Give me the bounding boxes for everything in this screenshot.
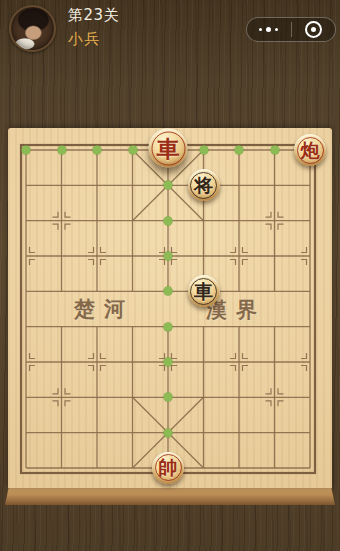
app-screen: 第23关 小兵 楚河 漢界 車炮将車帥 bbox=[0, 0, 340, 551]
exit-button[interactable] bbox=[292, 18, 336, 41]
avatar bbox=[9, 5, 56, 52]
level-subtitle: 小兵 bbox=[68, 32, 119, 47]
circle-dot-icon bbox=[305, 21, 322, 38]
move-hint-dot[interactable] bbox=[270, 146, 279, 155]
more-dots-icon bbox=[275, 28, 278, 31]
river-label-chu: 楚河 bbox=[70, 295, 134, 323]
header: 第23关 小兵 bbox=[0, 0, 340, 60]
move-hint-dot[interactable] bbox=[235, 146, 244, 155]
piece-glyph: 将 bbox=[194, 176, 213, 195]
piece-glyph: 車 bbox=[194, 282, 213, 301]
piece-red-chariot[interactable]: 車 bbox=[149, 129, 188, 168]
move-hint-dot[interactable] bbox=[128, 146, 137, 155]
more-dots-icon bbox=[259, 28, 262, 31]
move-hint-dot[interactable] bbox=[93, 146, 102, 155]
piece-black-chariot[interactable]: 車 bbox=[188, 275, 220, 307]
move-hint-dot[interactable] bbox=[164, 251, 173, 260]
move-hint-dot[interactable] bbox=[164, 287, 173, 296]
xiangqi-board[interactable]: 楚河 漢界 車炮将車帥 bbox=[8, 128, 332, 488]
piece-red-general[interactable]: 帥 bbox=[152, 452, 184, 484]
board-front-edge bbox=[5, 486, 335, 505]
move-hint-dot[interactable] bbox=[22, 146, 31, 155]
move-hint-dot[interactable] bbox=[164, 428, 173, 437]
piece-glyph: 炮 bbox=[301, 141, 320, 160]
move-hint-dot[interactable] bbox=[164, 181, 173, 190]
wechat-capsule bbox=[246, 17, 336, 42]
piece-black-general[interactable]: 将 bbox=[188, 169, 220, 201]
level-label: 第23关 bbox=[68, 8, 119, 23]
more-dots-icon bbox=[266, 27, 271, 32]
level-titles: 第23关 小兵 bbox=[68, 8, 119, 47]
move-hint-dot[interactable] bbox=[199, 146, 208, 155]
move-hint-dot[interactable] bbox=[57, 146, 66, 155]
piece-red-cannon[interactable]: 炮 bbox=[294, 134, 326, 166]
move-hint-dot[interactable] bbox=[164, 357, 173, 366]
move-hint-dot[interactable] bbox=[164, 393, 173, 402]
piece-glyph: 帥 bbox=[159, 458, 178, 477]
move-hint-dot[interactable] bbox=[164, 216, 173, 225]
piece-glyph: 車 bbox=[157, 137, 180, 160]
move-hint-dot[interactable] bbox=[164, 322, 173, 331]
more-menu-button[interactable] bbox=[247, 18, 291, 41]
